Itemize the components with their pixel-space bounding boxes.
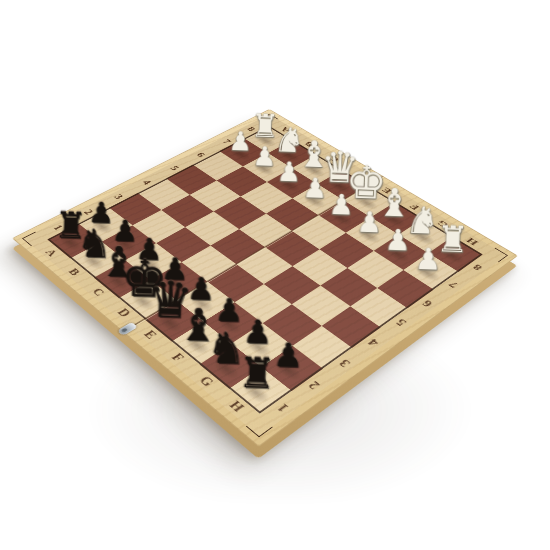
file-label-bottom-F: F (169, 351, 187, 363)
piece-glyph: ♟ (384, 226, 411, 256)
black-pawn-g2[interactable]: ♟ (243, 316, 273, 349)
file-label-bottom-B: B (66, 266, 83, 277)
piece-glyph: ♟ (252, 143, 277, 170)
black-pawn-h2[interactable]: ♟ (273, 338, 304, 372)
piece-glyph: ♟ (228, 128, 252, 155)
frame-corner (23, 231, 47, 246)
white-pawn-e7[interactable]: ♟ (328, 191, 354, 220)
piece-glyph: ♟ (215, 294, 244, 327)
piece-glyph: ♟ (243, 316, 273, 349)
file-label-bottom-D: D (115, 307, 133, 319)
file-label-bottom-H: H (227, 399, 247, 414)
black-pawn-f2[interactable]: ♟ (215, 294, 244, 327)
piece-glyph: ♟ (273, 338, 304, 372)
file-label-bottom-G: G (197, 374, 217, 388)
rank-label-right-1: 1 (275, 401, 292, 414)
piece-glyph: ♟ (302, 174, 328, 202)
rank-label-right-5: 5 (394, 317, 409, 328)
rank-label-right-3: 3 (337, 357, 353, 369)
file-label-bottom-A: A (43, 247, 60, 258)
white-pawn-h7[interactable]: ♟ (414, 244, 442, 275)
white-pawn-a7[interactable]: ♟ (228, 128, 252, 155)
rank-label-right-7: 7 (446, 280, 460, 290)
piece-glyph: ♜ (237, 352, 276, 395)
piece-glyph: ♟ (356, 208, 383, 237)
file-label-bottom-C: C (90, 286, 108, 298)
white-pawn-b7[interactable]: ♟ (252, 143, 277, 170)
white-pawn-g7[interactable]: ♟ (384, 226, 411, 256)
white-pawn-f7[interactable]: ♟ (356, 208, 383, 237)
piece-glyph: ♟ (277, 159, 302, 187)
square-f6[interactable] (319, 233, 373, 268)
black-rook-h1[interactable]: ♜ (237, 352, 276, 395)
product-photo-scene: ABCDEFGH8♜♞♝♛♚♝♞♜87♟♟♟♟♟♟♟♟7665544332♟♟♟… (0, 0, 550, 550)
rank-label-right-8: 8 (471, 263, 485, 272)
rank-label-right-2: 2 (306, 379, 322, 391)
white-pawn-c7[interactable]: ♟ (277, 159, 302, 187)
piece-glyph: ♟ (328, 191, 354, 220)
file-label-bottom-E: E (142, 328, 160, 340)
white-pawn-d7[interactable]: ♟ (302, 174, 328, 202)
piece-glyph: ♟ (414, 244, 442, 275)
rank-label-right-6: 6 (421, 298, 436, 308)
rank-label-right-4: 4 (366, 337, 381, 348)
